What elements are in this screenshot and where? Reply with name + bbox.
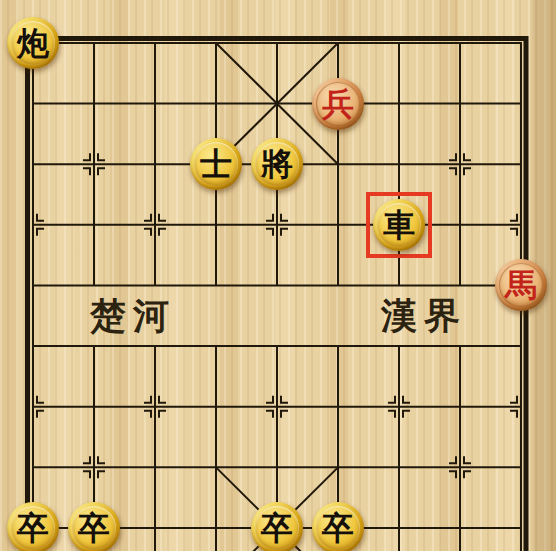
intersection[interactable] bbox=[186, 13, 247, 74]
intersection[interactable] bbox=[247, 376, 308, 437]
intersection[interactable] bbox=[430, 134, 491, 195]
intersection[interactable] bbox=[247, 437, 308, 498]
intersection[interactable] bbox=[491, 134, 552, 195]
intersection[interactable] bbox=[308, 316, 369, 377]
piece-black-soldier[interactable]: 卒 bbox=[312, 502, 364, 551]
intersection[interactable] bbox=[430, 195, 491, 256]
intersection[interactable] bbox=[3, 316, 64, 377]
intersection[interactable] bbox=[491, 73, 552, 134]
intersection[interactable] bbox=[125, 437, 186, 498]
intersection[interactable] bbox=[369, 437, 430, 498]
intersection[interactable] bbox=[308, 376, 369, 437]
intersection[interactable]: 馬 bbox=[491, 255, 552, 316]
intersection[interactable]: 士 bbox=[186, 134, 247, 195]
intersection[interactable] bbox=[308, 437, 369, 498]
intersection[interactable] bbox=[3, 255, 64, 316]
intersection[interactable]: 炮 bbox=[3, 13, 64, 74]
intersection[interactable] bbox=[369, 13, 430, 74]
xiangqi-board: 炮兵士將車馬卒卒卒卒 楚河 漢界 bbox=[0, 0, 556, 551]
piece-black-cannon[interactable]: 炮 bbox=[7, 17, 59, 69]
intersection[interactable] bbox=[247, 255, 308, 316]
piece-red-soldier[interactable]: 兵 bbox=[312, 78, 364, 130]
intersection[interactable]: 兵 bbox=[308, 73, 369, 134]
intersection[interactable] bbox=[125, 73, 186, 134]
piece-face: 兵 bbox=[316, 82, 360, 126]
piece-face: 卒 bbox=[255, 506, 299, 550]
river-label-chu: 楚河 bbox=[90, 292, 176, 341]
piece-glyph: 卒 bbox=[72, 506, 116, 550]
intersection[interactable] bbox=[491, 195, 552, 256]
piece-glyph: 卒 bbox=[255, 506, 299, 550]
piece-black-chariot[interactable]: 車 bbox=[373, 199, 425, 251]
piece-face: 馬 bbox=[499, 263, 543, 307]
intersection[interactable] bbox=[308, 134, 369, 195]
intersection[interactable] bbox=[430, 498, 491, 551]
intersection[interactable] bbox=[491, 498, 552, 551]
piece-black-advisor[interactable]: 士 bbox=[190, 138, 242, 190]
intersection[interactable] bbox=[308, 255, 369, 316]
intersection[interactable] bbox=[308, 13, 369, 74]
intersection[interactable]: 車 bbox=[369, 195, 430, 256]
intersection[interactable] bbox=[491, 376, 552, 437]
piece-face: 車 bbox=[377, 203, 421, 247]
intersection[interactable] bbox=[186, 437, 247, 498]
intersection[interactable] bbox=[430, 73, 491, 134]
intersection[interactable] bbox=[186, 195, 247, 256]
intersection[interactable] bbox=[186, 255, 247, 316]
intersection[interactable] bbox=[3, 73, 64, 134]
piece-face: 卒 bbox=[316, 506, 360, 550]
piece-black-soldier[interactable]: 卒 bbox=[68, 502, 120, 551]
intersection[interactable] bbox=[64, 73, 125, 134]
intersection[interactable] bbox=[64, 134, 125, 195]
intersection[interactable] bbox=[64, 13, 125, 74]
intersection[interactable] bbox=[308, 195, 369, 256]
piece-black-soldier[interactable]: 卒 bbox=[251, 502, 303, 551]
piece-glyph: 卒 bbox=[11, 506, 55, 550]
intersection[interactable] bbox=[3, 376, 64, 437]
intersection[interactable] bbox=[3, 195, 64, 256]
intersection[interactable] bbox=[3, 437, 64, 498]
river-label-han: 漢界 bbox=[381, 292, 467, 341]
intersection[interactable] bbox=[125, 134, 186, 195]
board-grid: 炮兵士將車馬卒卒卒卒 bbox=[3, 13, 552, 551]
intersection[interactable] bbox=[186, 376, 247, 437]
intersection[interactable] bbox=[369, 498, 430, 551]
intersection[interactable] bbox=[64, 195, 125, 256]
intersection[interactable] bbox=[64, 437, 125, 498]
intersection[interactable] bbox=[247, 316, 308, 377]
intersection[interactable] bbox=[430, 13, 491, 74]
intersection[interactable] bbox=[369, 73, 430, 134]
piece-glyph: 卒 bbox=[316, 506, 360, 550]
intersection[interactable] bbox=[491, 316, 552, 377]
intersection[interactable] bbox=[430, 437, 491, 498]
intersection[interactable] bbox=[125, 498, 186, 551]
intersection[interactable] bbox=[125, 195, 186, 256]
intersection[interactable]: 卒 bbox=[3, 498, 64, 551]
piece-face: 炮 bbox=[11, 21, 55, 65]
intersection[interactable] bbox=[247, 73, 308, 134]
intersection[interactable]: 將 bbox=[247, 134, 308, 195]
intersection[interactable] bbox=[186, 316, 247, 377]
piece-black-general[interactable]: 將 bbox=[251, 138, 303, 190]
intersection[interactable] bbox=[186, 498, 247, 551]
piece-glyph: 士 bbox=[194, 142, 238, 186]
piece-glyph: 車 bbox=[377, 203, 421, 247]
intersection[interactable] bbox=[491, 437, 552, 498]
piece-glyph: 炮 bbox=[11, 21, 55, 65]
intersection[interactable] bbox=[369, 376, 430, 437]
intersection[interactable]: 卒 bbox=[64, 498, 125, 551]
piece-face: 卒 bbox=[72, 506, 116, 550]
intersection[interactable]: 卒 bbox=[308, 498, 369, 551]
intersection[interactable] bbox=[125, 376, 186, 437]
piece-glyph: 兵 bbox=[316, 82, 360, 126]
intersection[interactable] bbox=[491, 13, 552, 74]
piece-red-horse[interactable]: 馬 bbox=[495, 259, 547, 311]
intersection[interactable] bbox=[186, 73, 247, 134]
piece-black-soldier[interactable]: 卒 bbox=[7, 502, 59, 551]
piece-face: 卒 bbox=[11, 506, 55, 550]
piece-glyph: 馬 bbox=[499, 263, 543, 307]
intersection[interactable] bbox=[64, 376, 125, 437]
intersection[interactable]: 卒 bbox=[247, 498, 308, 551]
piece-face: 士 bbox=[194, 142, 238, 186]
intersection[interactable] bbox=[369, 134, 430, 195]
piece-face: 將 bbox=[255, 142, 299, 186]
intersection[interactable] bbox=[430, 376, 491, 437]
intersection[interactable] bbox=[247, 195, 308, 256]
intersection[interactable] bbox=[3, 134, 64, 195]
intersection[interactable] bbox=[247, 13, 308, 74]
intersection[interactable] bbox=[125, 13, 186, 74]
piece-glyph: 將 bbox=[255, 142, 299, 186]
